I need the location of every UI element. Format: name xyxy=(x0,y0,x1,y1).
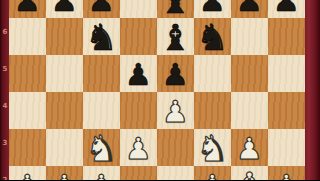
piece-white-pawn[interactable]: ♟ xyxy=(162,97,189,127)
square-h3[interactable] xyxy=(268,129,305,166)
square-b4[interactable] xyxy=(46,92,83,129)
square-b6[interactable] xyxy=(46,18,83,55)
square-c5[interactable] xyxy=(83,55,120,92)
rank-label-5: 5 xyxy=(1,65,9,73)
piece-black-pawn[interactable]: ♟ xyxy=(273,0,300,16)
piece-white-pawn[interactable]: ♟ xyxy=(236,134,263,164)
square-d3[interactable]: ♟ xyxy=(120,129,157,166)
piece-white-pawn[interactable]: ♟ xyxy=(14,171,41,181)
chess-board: ♟♟♟♝♟♟♟♞♝♞♟♟♟♞♟♞♟♟♟♟♟♝♟ xyxy=(9,0,305,180)
piece-black-knight[interactable]: ♞ xyxy=(196,20,228,56)
square-g2[interactable]: ♝ xyxy=(231,166,268,180)
piece-black-pawn[interactable]: ♟ xyxy=(162,60,189,90)
piece-black-bishop[interactable]: ♝ xyxy=(159,20,191,56)
square-a7[interactable]: ♟ xyxy=(9,0,46,18)
square-a5[interactable] xyxy=(9,55,46,92)
square-d6[interactable] xyxy=(120,18,157,55)
square-c4[interactable] xyxy=(83,92,120,129)
piece-black-knight[interactable]: ♞ xyxy=(85,20,117,56)
piece-white-pawn[interactable]: ♟ xyxy=(125,134,152,164)
square-g4[interactable] xyxy=(231,92,268,129)
square-c7[interactable]: ♟ xyxy=(83,0,120,18)
piece-white-bishop[interactable]: ♝ xyxy=(233,168,265,181)
square-g7[interactable]: ♟ xyxy=(231,0,268,18)
square-e7[interactable]: ♝ xyxy=(157,0,194,18)
square-e2[interactable] xyxy=(157,166,194,180)
piece-white-pawn[interactable]: ♟ xyxy=(88,171,115,181)
piece-white-pawn[interactable]: ♟ xyxy=(51,171,78,181)
square-e3[interactable] xyxy=(157,129,194,166)
board-frame-right xyxy=(305,0,320,180)
rank-label-2: 2 xyxy=(1,176,9,181)
piece-black-pawn[interactable]: ♟ xyxy=(125,60,152,90)
square-b7[interactable]: ♟ xyxy=(46,0,83,18)
square-f4[interactable] xyxy=(194,92,231,129)
square-f2[interactable]: ♟ xyxy=(194,166,231,180)
piece-white-pawn[interactable]: ♟ xyxy=(199,171,226,181)
square-a6[interactable] xyxy=(9,18,46,55)
piece-black-pawn[interactable]: ♟ xyxy=(51,0,78,16)
square-g6[interactable] xyxy=(231,18,268,55)
square-b2[interactable]: ♟ xyxy=(46,166,83,180)
square-e4[interactable]: ♟ xyxy=(157,92,194,129)
rank-label-3: 3 xyxy=(1,139,9,147)
square-e5[interactable]: ♟ xyxy=(157,55,194,92)
square-f6[interactable]: ♞ xyxy=(194,18,231,55)
square-f5[interactable] xyxy=(194,55,231,92)
piece-black-pawn[interactable]: ♟ xyxy=(199,0,226,16)
piece-black-pawn[interactable]: ♟ xyxy=(236,0,263,16)
piece-white-knight[interactable]: ♞ xyxy=(85,131,117,167)
square-b3[interactable] xyxy=(46,129,83,166)
square-g3[interactable]: ♟ xyxy=(231,129,268,166)
rank-label-4: 4 xyxy=(1,102,9,110)
rank-label-6: 6 xyxy=(1,28,9,36)
square-c6[interactable]: ♞ xyxy=(83,18,120,55)
square-d7[interactable] xyxy=(120,0,157,18)
piece-black-pawn[interactable]: ♟ xyxy=(14,0,41,16)
square-h5[interactable] xyxy=(268,55,305,92)
square-f3[interactable]: ♞ xyxy=(194,129,231,166)
square-f7[interactable]: ♟ xyxy=(194,0,231,18)
chess-board-screenshot: ♟♟♟♝♟♟♟♞♝♞♟♟♟♞♟♞♟♟♟♟♟♝♟ 87654321 xyxy=(0,0,320,180)
piece-white-pawn[interactable]: ♟ xyxy=(273,171,300,181)
square-b5[interactable] xyxy=(46,55,83,92)
square-g5[interactable] xyxy=(231,55,268,92)
square-d4[interactable] xyxy=(120,92,157,129)
square-h6[interactable] xyxy=(268,18,305,55)
square-d5[interactable]: ♟ xyxy=(120,55,157,92)
square-a4[interactable] xyxy=(9,92,46,129)
square-h4[interactable] xyxy=(268,92,305,129)
square-d2[interactable] xyxy=(120,166,157,180)
square-c3[interactable]: ♞ xyxy=(83,129,120,166)
piece-white-knight[interactable]: ♞ xyxy=(196,131,228,167)
square-a3[interactable] xyxy=(9,129,46,166)
square-e6[interactable]: ♝ xyxy=(157,18,194,55)
square-a2[interactable]: ♟ xyxy=(9,166,46,180)
square-c2[interactable]: ♟ xyxy=(83,166,120,180)
square-h7[interactable]: ♟ xyxy=(268,0,305,18)
piece-black-pawn[interactable]: ♟ xyxy=(88,0,115,16)
square-h2[interactable]: ♟ xyxy=(268,166,305,180)
